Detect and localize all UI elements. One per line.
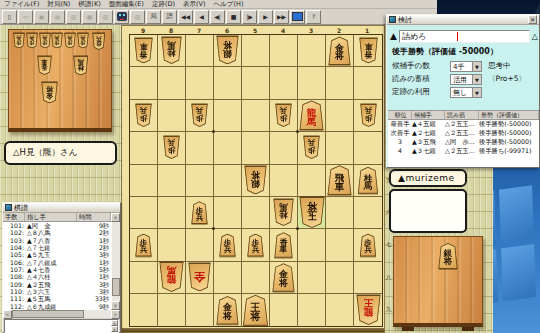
shogi-piece-promoted-r-gote[interactable]: 龍王 bbox=[356, 295, 381, 325]
shogi-piece-n-gote[interactable]: 桂馬 bbox=[273, 199, 294, 226]
move-number: 104: bbox=[3, 244, 25, 251]
square-1-2[interactable] bbox=[354, 67, 382, 99]
control-extra-text: 思考中 bbox=[482, 61, 511, 71]
to-start-button[interactable]: ◀◀ bbox=[178, 10, 193, 24]
square-9-1[interactable]: 香車 bbox=[130, 35, 158, 67]
candidate-row[interactable]: 最善手▲４五銀△２五玉...後手勝勢(-50000) bbox=[388, 120, 539, 129]
square-4-5[interactable] bbox=[270, 165, 298, 197]
square-4-8[interactable]: 金将 bbox=[270, 262, 298, 294]
square-1-4[interactable] bbox=[354, 132, 382, 164]
square-9-9[interactable] bbox=[130, 294, 158, 326]
square-9-5[interactable] bbox=[130, 165, 158, 197]
shogi-piece-l-sente[interactable]: 香車 bbox=[274, 232, 293, 258]
file-label-8: 8 bbox=[157, 27, 185, 34]
move-text: ▲同 金 bbox=[25, 222, 81, 229]
move-text: △８八馬 bbox=[25, 229, 81, 236]
square-8-1[interactable]: 桂馬 bbox=[158, 35, 186, 67]
scroll-left-icon[interactable]: < bbox=[3, 310, 12, 319]
kifu-comment-box[interactable]: ∧ ∨ bbox=[4, 319, 119, 333]
square-8-5[interactable] bbox=[158, 165, 186, 197]
kifu-header-指し手: 指し手 bbox=[25, 213, 77, 221]
kifu-row[interactable]: 105:▲５九玉3秒 bbox=[3, 251, 120, 258]
candidate-rank: 4 bbox=[388, 147, 412, 156]
shogi-piece-l-gote[interactable]: 香車 bbox=[359, 38, 378, 64]
square-7-9[interactable] bbox=[186, 294, 214, 326]
close-icon[interactable]: ✕ bbox=[528, 15, 537, 24]
candidate-rank: 最善手 bbox=[388, 120, 412, 129]
text-caret bbox=[457, 32, 459, 41]
shogi-piece-k-sente[interactable]: 王将 bbox=[243, 295, 269, 326]
board-star-dot bbox=[296, 130, 299, 133]
analysis-window-button-button[interactable] bbox=[290, 10, 305, 24]
new-file-button[interactable]: ▯ bbox=[2, 10, 17, 24]
candidate-table: 順位候補手読み筋形勢（評価値） 最善手▲４五銀△２五玉...後手勝勢(-5000… bbox=[388, 110, 539, 167]
candidate-row[interactable]: 次善手▲２七銀△２五玉...後手勝勢(-50000) bbox=[388, 129, 539, 138]
candidate-line: △２五玉... bbox=[445, 129, 479, 138]
kifu-row[interactable]: 111:▲５五馬33秒 bbox=[3, 295, 120, 302]
shogi-piece-p-sente[interactable]: 歩兵 bbox=[219, 234, 236, 257]
candidate-line: △２五玉... bbox=[445, 147, 479, 156]
shogi-piece-p-gote[interactable]: 歩兵 bbox=[275, 104, 292, 127]
shogi-piece-p-gote[interactable]: 歩兵 bbox=[39, 33, 51, 49]
shogi-piece-p-gote[interactable]: 歩兵 bbox=[13, 33, 25, 49]
save-file-button[interactable]: ▣ bbox=[34, 10, 49, 24]
square-4-7[interactable]: 香車 bbox=[270, 229, 298, 261]
move-number: 107: bbox=[3, 266, 25, 273]
kifu-titlebar[interactable]: 棋譜 bbox=[3, 203, 120, 213]
shogi-piece-p-gote[interactable]: 歩兵 bbox=[163, 136, 180, 159]
square-6-5[interactable] bbox=[214, 165, 242, 197]
square-8-2[interactable] bbox=[158, 67, 186, 99]
kifu-row[interactable]: 110:△３六玉3秒 bbox=[3, 288, 120, 295]
square-5-3[interactable] bbox=[242, 100, 270, 132]
dropdown-読みの蓄積[interactable]: 活用▼ bbox=[450, 74, 482, 85]
kifu-move-list[interactable]: 101:▲同 金9秒102:△８八馬2秒103:▲７八香1秒104:△７七銀2秒… bbox=[3, 222, 120, 310]
kifu-vertical-scrollbar[interactable]: ∨ bbox=[112, 222, 120, 310]
shogi-piece-g-sente[interactable]: 金将 bbox=[216, 296, 239, 325]
candidate-rank: 次善手 bbox=[388, 129, 412, 138]
gote-player-name: △H見（羆）さん bbox=[13, 147, 77, 159]
square-4-4[interactable] bbox=[270, 132, 298, 164]
file-label-6: 6 bbox=[213, 27, 241, 34]
shogi-piece-p-sente[interactable]: 歩兵 bbox=[135, 234, 152, 257]
control-label: 定跡の利用 bbox=[392, 87, 450, 97]
candidate-rank: 3 bbox=[388, 138, 412, 147]
stop-button[interactable]: ■ bbox=[226, 10, 241, 24]
candidate-move: ▲２七銀 bbox=[412, 129, 445, 138]
square-1-5[interactable]: 桂馬 bbox=[354, 165, 382, 197]
move-text: △６九成銀 bbox=[25, 303, 81, 310]
board-window-button[interactable]: 局 bbox=[146, 10, 161, 24]
move-text: ▲２五飛 bbox=[25, 281, 81, 288]
windows-logo-pane bbox=[499, 185, 534, 243]
shogi-piece-k-gote[interactable]: 玉将 bbox=[299, 197, 325, 228]
menu-item-ヘルプ(H)[interactable]: ヘルプ(H) bbox=[210, 0, 248, 9]
candidate-move: ▲３五飛 bbox=[412, 138, 445, 147]
square-1-1[interactable]: 香車 bbox=[354, 35, 382, 67]
square-2-3[interactable] bbox=[326, 100, 354, 132]
gote-mark[interactable]: △ bbox=[532, 32, 538, 41]
square-3-2[interactable] bbox=[298, 67, 326, 99]
menu-item-定跡(D)[interactable]: 定跡(D) bbox=[148, 0, 179, 9]
square-6-6[interactable] bbox=[214, 197, 242, 229]
menu-item-棋譜(K)[interactable]: 棋譜(K) bbox=[74, 0, 104, 9]
candidate-header-候補手: 候補手 bbox=[412, 111, 445, 119]
paste-button[interactable]: ▦ bbox=[82, 10, 97, 24]
kifu-row[interactable]: 109:▲２五飛3秒 bbox=[3, 281, 120, 288]
kifu-row[interactable]: 107:▲４七香5秒 bbox=[3, 266, 120, 273]
board-star-dot bbox=[296, 227, 299, 230]
toolbar: ▯▭▣▤▥▦▧▨局譜◀◀◀◀|■|▶▶▶▶? bbox=[0, 9, 437, 25]
square-5-9[interactable]: 王将 bbox=[242, 294, 270, 326]
square-2-4[interactable] bbox=[326, 132, 354, 164]
shogi-piece-n-gote[interactable]: 桂馬 bbox=[73, 56, 89, 76]
engine-button[interactable] bbox=[114, 10, 129, 24]
shogi-piece-r-sente[interactable]: 飛車 bbox=[327, 165, 352, 195]
shogi-piece-promoted-b-gote[interactable]: 龍馬 bbox=[159, 262, 184, 292]
move-text: △４六桂 bbox=[25, 273, 81, 280]
control-extra-text: 〈Pro+5〉 bbox=[482, 74, 526, 84]
square-6-8[interactable] bbox=[214, 262, 242, 294]
square-1-9[interactable]: 龍王 bbox=[354, 294, 382, 326]
square-8-4[interactable]: 歩兵 bbox=[158, 132, 186, 164]
shogi-piece-n-sente[interactable]: 桂馬 bbox=[358, 167, 379, 194]
scroll-right-icon[interactable]: > bbox=[111, 310, 120, 319]
kifu-window-icon bbox=[5, 204, 12, 211]
move-number: 111: bbox=[3, 295, 25, 302]
move-text: ▲４七香 bbox=[25, 266, 81, 273]
dropdown-value: 無し bbox=[451, 88, 472, 97]
shogi-piece-p-gote[interactable]: 歩兵 bbox=[64, 33, 76, 49]
square-7-6[interactable]: 歩兵 bbox=[186, 197, 214, 229]
kifu-list-header: 手数指し手時間∧ bbox=[3, 213, 120, 222]
shogi-piece-s-gote[interactable]: 銀将 bbox=[244, 166, 267, 195]
candidate-move: ▲３七銀 bbox=[412, 147, 445, 156]
shogi-piece-n-gote[interactable]: 桂馬 bbox=[161, 37, 182, 64]
open-file-button[interactable]: ▭ bbox=[18, 10, 33, 24]
menu-item-対局(N)[interactable]: 対局(N) bbox=[43, 0, 74, 9]
square-3-9[interactable] bbox=[298, 294, 326, 326]
square-7-3[interactable]: 歩兵 bbox=[186, 100, 214, 132]
candidate-table-header: 順位候補手読み筋形勢（評価値） bbox=[388, 111, 539, 120]
kifu-row[interactable]: 108:△４六桂1秒 bbox=[3, 273, 120, 280]
analysis-window-icon bbox=[389, 16, 396, 23]
shogi-piece-promoted-s-gote[interactable]: 全 bbox=[188, 263, 211, 292]
file-label-3: 3 bbox=[297, 27, 325, 34]
square-4-1[interactable] bbox=[270, 35, 298, 67]
square-9-2[interactable] bbox=[130, 67, 158, 99]
windows-logo-pane bbox=[501, 243, 536, 301]
square-1-7[interactable]: 歩兵 bbox=[354, 229, 382, 261]
square-2-7[interactable] bbox=[326, 229, 354, 261]
scroll-up-icon[interactable]: ∧ bbox=[111, 213, 120, 222]
rank-label-8: 八 bbox=[384, 274, 393, 281]
rank-label-9: 九 bbox=[384, 306, 393, 313]
sente-player-panel: ▲murizeme bbox=[389, 169, 467, 187]
square-2-9[interactable] bbox=[326, 294, 354, 326]
shogi-board: 987654321 香車桂馬銀将金将香車歩兵歩兵歩兵龍馬歩兵歩兵歩兵銀将飛車桂馬… bbox=[121, 25, 385, 333]
sente-mark: ▲ bbox=[390, 31, 397, 41]
stand-foot bbox=[462, 327, 474, 331]
kifu-row[interactable]: 101:▲同 金9秒 bbox=[3, 222, 120, 229]
shogi-piece-g-sente[interactable]: 金将 bbox=[328, 36, 351, 65]
file-label-4: 4 bbox=[269, 27, 297, 34]
gote-player-panel: △H見（羆）さん bbox=[4, 141, 117, 165]
square-5-8[interactable] bbox=[242, 262, 270, 294]
candidate-table-body[interactable]: 最善手▲４五銀△２五玉...後手勝勢(-50000)次善手▲２七銀△２五玉...… bbox=[388, 120, 539, 156]
shogi-piece-p-sente[interactable]: 歩兵 bbox=[360, 234, 377, 257]
kifu-window-button-button[interactable]: 譜 bbox=[162, 10, 177, 24]
move-number: 109: bbox=[3, 281, 25, 288]
control-label: 読みの蓄積 bbox=[392, 74, 450, 84]
move-number: 112: bbox=[3, 303, 25, 310]
square-3-4[interactable]: 歩兵 bbox=[298, 132, 326, 164]
kifu-header-手数: 手数 bbox=[3, 213, 25, 221]
candidate-eval: 後手勝勢(-50000) bbox=[479, 138, 539, 147]
sente-captured-stand: 銀将 bbox=[393, 236, 483, 327]
square-8-7[interactable] bbox=[158, 229, 186, 261]
board-star-dot bbox=[212, 130, 215, 133]
analysis-status-input[interactable]: 詰めろ bbox=[399, 30, 530, 43]
shogi-piece-s-gote[interactable]: 銀将 bbox=[216, 36, 239, 65]
square-6-2[interactable] bbox=[214, 67, 242, 99]
analysis-control-候補手の数: 候補手の数4手▼思考中 bbox=[392, 60, 540, 72]
square-2-5[interactable]: 飛車 bbox=[326, 165, 354, 197]
square-4-2[interactable] bbox=[270, 67, 298, 99]
move-number: 102: bbox=[3, 229, 25, 236]
square-1-8[interactable] bbox=[354, 262, 382, 294]
candidate-header-形勢（評価値）: 形勢（評価値） bbox=[479, 111, 539, 119]
square-5-6[interactable] bbox=[242, 197, 270, 229]
candidate-eval: 後手勝ち(-99971) bbox=[479, 147, 539, 156]
square-8-3[interactable] bbox=[158, 100, 186, 132]
candidate-row[interactable]: 3▲３五飛△同 歩...後手勝勢(-50000) bbox=[388, 138, 539, 147]
analysis-control-定跡の利用: 定跡の利用無し▼ bbox=[392, 86, 540, 98]
square-9-3[interactable]: 歩兵 bbox=[130, 100, 158, 132]
kifu-row[interactable]: 103:▲７八香1秒 bbox=[3, 237, 120, 244]
fwd-10-button[interactable]: ▶ bbox=[258, 10, 273, 24]
square-9-6[interactable] bbox=[130, 197, 158, 229]
kifu-row[interactable]: 112:△６九成銀9秒 bbox=[3, 303, 120, 310]
square-3-3[interactable]: 龍馬 bbox=[298, 100, 326, 132]
board-star-dot bbox=[212, 227, 215, 230]
menu-item-ファイル(F)[interactable]: ファイル(F) bbox=[0, 0, 43, 9]
shogi-piece-l-gote[interactable]: 香車 bbox=[37, 56, 52, 75]
chevron-down-icon[interactable]: ▼ bbox=[472, 62, 481, 71]
to-end-button[interactable]: ▶▶ bbox=[274, 10, 289, 24]
candidate-header-順位: 順位 bbox=[388, 111, 412, 119]
square-6-9[interactable]: 金将 bbox=[214, 294, 242, 326]
shogi-piece-g-gote[interactable]: 金将 bbox=[41, 82, 58, 104]
file-label-2: 2 bbox=[325, 27, 353, 34]
kifu-scrollbar-thumb[interactable] bbox=[112, 278, 120, 296]
screen: ファイル(F)対局(N)棋譜(K)盤面編集(E)定跡(D)表示(V)ヘルプ(H)… bbox=[0, 0, 540, 333]
chevron-down-icon[interactable]: ▼ bbox=[472, 75, 481, 84]
file-label-7: 7 bbox=[185, 27, 213, 34]
shogi-piece-p-sente[interactable]: 歩兵 bbox=[191, 201, 208, 224]
hint-button[interactable]: ▨ bbox=[130, 10, 145, 24]
move-number: 110: bbox=[3, 288, 25, 295]
dropdown-候補手の数[interactable]: 4手▼ bbox=[450, 61, 482, 72]
kifu-row[interactable]: 104:△７七銀2秒 bbox=[3, 244, 120, 251]
file-label-1: 1 bbox=[353, 27, 381, 34]
move-text: ▲５五馬 bbox=[25, 295, 81, 302]
square-5-4[interactable] bbox=[242, 132, 270, 164]
square-7-1[interactable] bbox=[186, 35, 214, 67]
sente-player-name: ▲murizeme bbox=[398, 173, 455, 183]
move-text: ▲７八香 bbox=[25, 237, 81, 244]
move-text: △７八銀成 bbox=[25, 259, 81, 266]
move-text: ▲５九玉 bbox=[25, 251, 81, 258]
file-label-9: 9 bbox=[129, 27, 157, 34]
candidate-row[interactable]: 4▲３七銀△２五玉...後手勝ち(-99971) bbox=[388, 147, 539, 156]
shogi-piece-s-sente[interactable]: 銀将 bbox=[438, 243, 458, 269]
move-number: 105: bbox=[3, 251, 25, 258]
move-number: 101: bbox=[3, 222, 25, 229]
square-1-6[interactable] bbox=[354, 197, 382, 229]
board-grid: 香車桂馬銀将金将香車歩兵歩兵歩兵龍馬歩兵歩兵歩兵銀将飛車桂馬歩兵桂馬玉将歩兵歩兵… bbox=[129, 34, 383, 327]
square-8-8[interactable]: 龍馬 bbox=[158, 262, 186, 294]
menu-bar: ファイル(F)対局(N)棋譜(K)盤面編集(E)定跡(D)表示(V)ヘルプ(H) bbox=[0, 0, 437, 9]
kifu-header-時間: 時間 bbox=[77, 213, 111, 221]
square-2-1[interactable]: 金将 bbox=[326, 35, 354, 67]
gote-captured-stand: 歩兵歩兵歩兵歩兵歩兵歩兵歩兵香車桂馬金将 bbox=[8, 29, 112, 132]
kifu-row[interactable]: 106:△７八銀成1秒 bbox=[3, 259, 120, 266]
menu-item-盤面編集(E)[interactable]: 盤面編集(E) bbox=[105, 0, 148, 9]
shogi-piece-p-gote[interactable]: 歩兵 bbox=[303, 136, 320, 159]
help-button[interactable]: ? bbox=[306, 10, 321, 24]
analysis-status-row: ▲ 詰めろ △ bbox=[390, 29, 538, 43]
chevron-down-icon[interactable]: ▼ bbox=[472, 88, 481, 97]
shogi-piece-p-gote[interactable]: 歩兵 bbox=[135, 104, 152, 127]
kifu-row[interactable]: 102:△８八馬2秒 bbox=[3, 229, 120, 236]
move-text: △７七銀 bbox=[25, 244, 81, 251]
candidate-eval: 後手勝勢(-50000) bbox=[479, 120, 539, 129]
square-7-7[interactable] bbox=[186, 229, 214, 261]
kifu-hscroll-thumb[interactable] bbox=[12, 310, 84, 318]
shogi-piece-p-gote[interactable]: 歩兵 bbox=[191, 104, 208, 127]
square-3-6[interactable]: 玉将 bbox=[298, 197, 326, 229]
square-2-6[interactable] bbox=[326, 197, 354, 229]
square-8-9[interactable] bbox=[158, 294, 186, 326]
shogi-piece-p-sente[interactable]: 歩兵 bbox=[247, 234, 264, 257]
back-1-button[interactable]: ◀| bbox=[210, 10, 225, 24]
kifu-window-title: 棋譜 bbox=[14, 203, 118, 213]
square-5-5[interactable]: 銀将 bbox=[242, 165, 270, 197]
square-4-3[interactable]: 歩兵 bbox=[270, 100, 298, 132]
square-6-3[interactable] bbox=[214, 100, 242, 132]
square-5-1[interactable] bbox=[242, 35, 270, 67]
square-6-1[interactable]: 銀将 bbox=[214, 35, 242, 67]
square-9-8[interactable] bbox=[130, 262, 158, 294]
analysis-titlebar[interactable]: 検討 ✕ bbox=[387, 15, 539, 25]
comment-scroll-down-icon[interactable]: ∨ bbox=[111, 326, 118, 332]
candidate-header-読み筋: 読み筋 bbox=[445, 111, 479, 119]
analysis-window-title: 検討 bbox=[398, 15, 526, 25]
square-8-6[interactable] bbox=[158, 197, 186, 229]
square-3-5[interactable] bbox=[298, 165, 326, 197]
square-6-4[interactable] bbox=[214, 132, 242, 164]
copy-button[interactable]: ▥ bbox=[66, 10, 81, 24]
evaluation-line: 後手勝勢（評価値 -50000） bbox=[392, 46, 498, 57]
shogi-piece-p-gote[interactable]: 歩兵 bbox=[51, 33, 63, 49]
dropdown-value: 4手 bbox=[451, 62, 472, 71]
square-2-2[interactable] bbox=[326, 67, 354, 99]
square-7-8[interactable]: 全 bbox=[186, 262, 214, 294]
kifu-window: 棋譜 手数指し手時間∧ 101:▲同 金9秒102:△８八馬2秒103:▲７八香… bbox=[2, 202, 121, 333]
square-9-7[interactable]: 歩兵 bbox=[130, 229, 158, 261]
analysis-control-読みの蓄積: 読みの蓄積活用▼〈Pro+5〉 bbox=[392, 73, 540, 85]
square-2-8[interactable] bbox=[326, 262, 354, 294]
dropdown-value: 活用 bbox=[451, 75, 472, 84]
back-10-button[interactable]: ◀ bbox=[194, 10, 209, 24]
kifu-horizontal-scrollbar[interactable]: < > bbox=[3, 310, 120, 318]
square-7-5[interactable] bbox=[186, 165, 214, 197]
shogi-piece-g-sente[interactable]: 金将 bbox=[272, 263, 295, 292]
candidate-line: △同 歩... bbox=[445, 138, 479, 147]
candidate-eval: 後手勝勢(-50000) bbox=[479, 129, 539, 138]
shogi-piece-p-gote[interactable]: 歩兵 bbox=[360, 104, 377, 127]
dropdown-定跡の利用[interactable]: 無し▼ bbox=[450, 87, 482, 98]
shogi-piece-l-gote[interactable]: 香車 bbox=[134, 38, 153, 64]
menu-item-表示(V)[interactable]: 表示(V) bbox=[179, 0, 210, 9]
candidate-move: ▲４五銀 bbox=[412, 120, 445, 129]
square-1-3[interactable]: 歩兵 bbox=[354, 100, 382, 132]
scroll-down-icon[interactable]: ∨ bbox=[111, 301, 120, 310]
candidate-line: △２五玉... bbox=[445, 120, 479, 129]
shogi-piece-p-gote[interactable]: 歩兵 bbox=[92, 33, 106, 50]
sente-info-box bbox=[389, 189, 467, 233]
square-3-8[interactable] bbox=[298, 262, 326, 294]
shogi-piece-promoted-b-sente[interactable]: 龍馬 bbox=[299, 100, 324, 130]
square-5-7[interactable]: 歩兵 bbox=[242, 229, 270, 261]
square-6-7[interactable]: 歩兵 bbox=[214, 229, 242, 261]
square-4-9[interactable] bbox=[270, 294, 298, 326]
fwd-1-button[interactable]: |▶ bbox=[242, 10, 257, 24]
rank-label-7: 七 bbox=[384, 241, 393, 248]
analysis-window: 検討 ✕ ▲ 詰めろ △ 後手勝勢（評価値 -50000） 順位候補手読み筋形勢… bbox=[386, 14, 540, 168]
shogi-piece-p-gote[interactable]: 歩兵 bbox=[26, 33, 38, 49]
square-5-2[interactable] bbox=[242, 67, 270, 99]
print-button[interactable]: ▤ bbox=[50, 10, 65, 24]
move-text: △３六玉 bbox=[25, 288, 81, 295]
setup-button[interactable]: ▧ bbox=[98, 10, 113, 24]
square-4-6[interactable]: 桂馬 bbox=[270, 197, 298, 229]
square-3-7[interactable] bbox=[298, 229, 326, 261]
shogi-piece-p-gote[interactable]: 歩兵 bbox=[77, 33, 89, 49]
square-9-4[interactable] bbox=[130, 132, 158, 164]
stand-foot bbox=[402, 327, 414, 331]
board-bottom-edge bbox=[122, 328, 384, 332]
file-label-5: 5 bbox=[241, 27, 269, 34]
square-7-4[interactable] bbox=[186, 132, 214, 164]
monitor-icon bbox=[292, 12, 303, 21]
analysis-status-text: 詰めろ bbox=[402, 32, 426, 41]
move-number: 103: bbox=[3, 237, 25, 244]
control-label: 候補手の数 bbox=[392, 61, 450, 71]
square-3-1[interactable] bbox=[298, 35, 326, 67]
robot-icon bbox=[117, 12, 127, 21]
move-number: 108: bbox=[3, 273, 25, 280]
square-7-2[interactable] bbox=[186, 67, 214, 99]
move-number: 106: bbox=[3, 259, 25, 266]
